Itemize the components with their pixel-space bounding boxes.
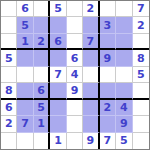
cell-r2c1[interactable]	[1, 17, 17, 33]
cell-r7c4[interactable]	[50, 100, 66, 116]
cell-r5c1[interactable]	[1, 67, 17, 83]
cell-r5c7[interactable]	[100, 67, 116, 83]
given-digit: 2	[5, 118, 13, 129]
cell-r2c9[interactable]: 2	[133, 17, 149, 33]
cell-r5c2[interactable]	[17, 67, 33, 83]
cell-r8c5[interactable]	[67, 116, 83, 132]
cell-r9c5[interactable]	[67, 133, 83, 149]
given-digit: 6	[71, 53, 79, 64]
cell-r7c3[interactable]: 5	[34, 100, 50, 116]
given-digit: 5	[37, 102, 45, 113]
given-digit: 7	[54, 69, 62, 80]
cell-r1c5[interactable]	[67, 1, 83, 17]
cell-r1c2[interactable]: 6	[17, 1, 33, 17]
cell-r7c5[interactable]	[67, 100, 83, 116]
given-digit: 8	[5, 85, 13, 96]
cell-r4c7[interactable]: 9	[100, 50, 116, 66]
cell-r4c9[interactable]: 8	[133, 50, 149, 66]
cell-r7c1[interactable]: 6	[1, 100, 17, 116]
given-digit: 1	[37, 118, 45, 129]
given-digit: 1	[54, 135, 62, 146]
given-digit: 6	[37, 85, 45, 96]
cell-r6c8[interactable]	[116, 83, 132, 99]
given-digit: 7	[137, 3, 145, 14]
cell-r2c5[interactable]	[67, 17, 83, 33]
cell-r9c1[interactable]	[1, 133, 17, 149]
cell-r8c8[interactable]: 9	[116, 116, 132, 132]
cell-r6c2[interactable]	[17, 83, 33, 99]
cell-r1c9[interactable]: 7	[133, 1, 149, 17]
given-digit: 5	[137, 69, 145, 80]
cell-r2c3[interactable]	[34, 17, 50, 33]
given-digit: 9	[120, 118, 128, 129]
cell-r9c3[interactable]	[34, 133, 50, 149]
cell-r3c9[interactable]	[133, 34, 149, 50]
given-digit: 8	[137, 53, 145, 64]
cell-r2c6[interactable]	[83, 17, 99, 33]
cell-r3c7[interactable]	[100, 34, 116, 50]
cell-r3c3[interactable]: 2	[34, 34, 50, 50]
cell-r8c9[interactable]	[133, 116, 149, 132]
cell-r5c9[interactable]: 5	[133, 67, 149, 83]
cell-r5c6[interactable]	[83, 67, 99, 83]
given-digit: 2	[37, 36, 45, 47]
given-digit: 5	[21, 20, 29, 31]
cell-r9c9[interactable]	[133, 133, 149, 149]
cell-r6c1[interactable]: 8	[1, 83, 17, 99]
cell-r3c1[interactable]	[1, 34, 17, 50]
cell-r9c2[interactable]	[17, 133, 33, 149]
given-digit: 9	[71, 85, 79, 96]
cell-r3c2[interactable]: 1	[17, 34, 33, 50]
cell-r1c7[interactable]	[100, 1, 116, 17]
cell-r4c4[interactable]	[50, 50, 66, 66]
cell-r6c5[interactable]: 9	[67, 83, 83, 99]
cell-r2c4[interactable]	[50, 17, 66, 33]
cell-r9c4[interactable]: 1	[50, 133, 66, 149]
given-digit: 3	[104, 20, 112, 31]
given-digit: 5	[54, 3, 62, 14]
cell-r9c8[interactable]: 5	[116, 133, 132, 149]
given-digit: 9	[87, 135, 95, 146]
cell-r8c6[interactable]	[83, 116, 99, 132]
cell-r3c5[interactable]	[67, 34, 83, 50]
cell-r5c5[interactable]: 4	[67, 67, 83, 83]
given-digit: 4	[120, 102, 128, 113]
cell-r5c3[interactable]	[34, 67, 50, 83]
given-digit: 7	[104, 135, 112, 146]
cell-r4c6[interactable]	[83, 50, 99, 66]
given-digit: 6	[5, 102, 13, 113]
cell-r2c2[interactable]: 5	[17, 17, 33, 33]
cell-r5c8[interactable]	[116, 67, 132, 83]
cell-r7c7[interactable]: 2	[100, 100, 116, 116]
cell-r4c3[interactable]	[34, 50, 50, 66]
cell-r7c9[interactable]	[133, 100, 149, 116]
given-digit: 2	[87, 3, 95, 14]
given-digit: 5	[5, 53, 13, 64]
cell-r8c4[interactable]	[50, 116, 66, 132]
cell-r3c8[interactable]	[116, 34, 132, 50]
sudoku-board: 652753212675698745869652427191975	[0, 0, 150, 150]
given-digit: 2	[137, 20, 145, 31]
given-digit: 6	[54, 36, 62, 47]
cell-r1c1[interactable]	[1, 1, 17, 17]
cell-r1c3[interactable]	[34, 1, 50, 17]
given-digit: 7	[87, 36, 95, 47]
cell-r8c3[interactable]: 1	[34, 116, 50, 132]
cell-r6c9[interactable]	[133, 83, 149, 99]
cell-r7c8[interactable]: 4	[116, 100, 132, 116]
cell-r8c2[interactable]: 7	[17, 116, 33, 132]
cell-r3c6[interactable]: 7	[83, 34, 99, 50]
cell-r6c7[interactable]	[100, 83, 116, 99]
given-digit: 4	[71, 69, 79, 80]
given-digit: 6	[21, 3, 29, 14]
cell-r7c2[interactable]	[17, 100, 33, 116]
given-digit: 7	[21, 118, 29, 129]
cell-r6c3[interactable]: 6	[34, 83, 50, 99]
given-digit: 9	[104, 53, 112, 64]
cell-r8c1[interactable]: 2	[1, 116, 17, 132]
cell-r2c8[interactable]	[116, 17, 132, 33]
cell-r1c8[interactable]	[116, 1, 132, 17]
given-digit: 5	[120, 135, 128, 146]
cell-r7c6[interactable]	[83, 100, 99, 116]
cell-r5c4[interactable]: 7	[50, 67, 66, 83]
cell-r3c4[interactable]: 6	[50, 34, 66, 50]
cell-r4c2[interactable]	[17, 50, 33, 66]
cell-r2c7[interactable]: 3	[100, 17, 116, 33]
cell-r1c4[interactable]: 5	[50, 1, 66, 17]
cell-r1c6[interactable]: 2	[83, 1, 99, 17]
cell-r9c7[interactable]: 7	[100, 133, 116, 149]
cell-r4c8[interactable]	[116, 50, 132, 66]
cell-r6c4[interactable]	[50, 83, 66, 99]
given-digit: 1	[21, 36, 29, 47]
cell-r6c6[interactable]	[83, 83, 99, 99]
cell-r9c6[interactable]: 9	[83, 133, 99, 149]
cell-r4c1[interactable]: 5	[1, 50, 17, 66]
cell-r8c7[interactable]	[100, 116, 116, 132]
given-digit: 2	[104, 102, 112, 113]
cell-r4c5[interactable]: 6	[67, 50, 83, 66]
